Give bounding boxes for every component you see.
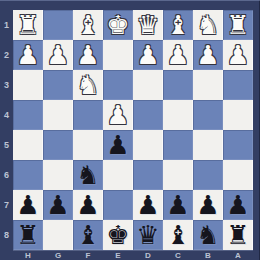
- square-h4[interactable]: [13, 100, 43, 130]
- square-d3[interactable]: [133, 70, 163, 100]
- black-knight-piece: ♞: [73, 160, 103, 190]
- square-a8[interactable]: ♜: [223, 220, 253, 250]
- black-queen-piece: ♛: [133, 220, 163, 250]
- black-knight-piece: ♞: [193, 220, 223, 250]
- white-pawn-piece: ♟: [193, 40, 223, 70]
- square-a6[interactable]: [223, 160, 253, 190]
- black-bishop-piece: ♝: [73, 220, 103, 250]
- white-bishop-piece: ♝: [163, 10, 193, 40]
- square-a5[interactable]: [223, 130, 253, 160]
- square-d2[interactable]: ♟: [133, 40, 163, 70]
- square-d1[interactable]: ♛: [133, 10, 163, 40]
- white-knight-piece: ♞: [193, 10, 223, 40]
- square-h2[interactable]: ♟: [13, 40, 43, 70]
- square-d7[interactable]: ♟: [133, 190, 163, 220]
- square-f4[interactable]: [73, 100, 103, 130]
- black-bishop-piece: ♝: [163, 220, 193, 250]
- square-b4[interactable]: [193, 100, 223, 130]
- rank-labels: 12345678: [0, 10, 13, 250]
- file-label-c: C: [163, 251, 193, 260]
- white-pawn-piece: ♟: [73, 40, 103, 70]
- rank-label-1: 1: [0, 10, 13, 40]
- square-f1[interactable]: ♝: [73, 10, 103, 40]
- file-label-f: F: [73, 251, 103, 260]
- file-label-a: A: [223, 251, 253, 260]
- black-pawn-piece: ♟: [223, 190, 253, 220]
- black-pawn-piece: ♟: [13, 190, 43, 220]
- white-rook-piece: ♜: [13, 10, 43, 40]
- rank-label-5: 5: [0, 130, 13, 160]
- square-g1[interactable]: [43, 10, 73, 40]
- square-c3[interactable]: [163, 70, 193, 100]
- white-pawn-piece: ♟: [223, 40, 253, 70]
- square-b3[interactable]: [193, 70, 223, 100]
- square-b5[interactable]: [193, 130, 223, 160]
- square-g7[interactable]: ♟: [43, 190, 73, 220]
- square-c4[interactable]: [163, 100, 193, 130]
- square-d5[interactable]: [133, 130, 163, 160]
- square-h8[interactable]: ♜: [13, 220, 43, 250]
- white-king-piece: ♚: [103, 10, 133, 40]
- black-rook-piece: ♜: [13, 220, 43, 250]
- square-e7[interactable]: [103, 190, 133, 220]
- square-e3[interactable]: [103, 70, 133, 100]
- black-pawn-piece: ♟: [43, 190, 73, 220]
- square-c2[interactable]: ♟: [163, 40, 193, 70]
- square-b6[interactable]: [193, 160, 223, 190]
- rank-label-6: 6: [0, 160, 13, 190]
- rank-label-3: 3: [0, 70, 13, 100]
- square-f7[interactable]: ♟: [73, 190, 103, 220]
- black-pawn-piece: ♟: [103, 130, 133, 160]
- white-pawn-piece: ♟: [13, 40, 43, 70]
- square-e5[interactable]: ♟: [103, 130, 133, 160]
- black-pawn-piece: ♟: [133, 190, 163, 220]
- square-a3[interactable]: [223, 70, 253, 100]
- square-d4[interactable]: [133, 100, 163, 130]
- square-c8[interactable]: ♝: [163, 220, 193, 250]
- white-pawn-piece: ♟: [43, 40, 73, 70]
- square-e4[interactable]: ♟: [103, 100, 133, 130]
- white-queen-piece: ♛: [133, 10, 163, 40]
- black-rook-piece: ♜: [223, 220, 253, 250]
- square-f5[interactable]: [73, 130, 103, 160]
- file-label-d: D: [133, 251, 163, 260]
- square-g8[interactable]: [43, 220, 73, 250]
- square-c1[interactable]: ♝: [163, 10, 193, 40]
- square-f8[interactable]: ♝: [73, 220, 103, 250]
- file-label-b: B: [193, 251, 223, 260]
- file-labels: HGFEDCBA: [13, 250, 253, 260]
- square-c5[interactable]: [163, 130, 193, 160]
- square-d6[interactable]: [133, 160, 163, 190]
- square-h7[interactable]: ♟: [13, 190, 43, 220]
- square-e6[interactable]: [103, 160, 133, 190]
- rank-label-4: 4: [0, 100, 13, 130]
- white-pawn-piece: ♟: [103, 100, 133, 130]
- square-f6[interactable]: ♞: [73, 160, 103, 190]
- white-pawn-piece: ♟: [163, 40, 193, 70]
- file-label-e: E: [103, 251, 133, 260]
- square-b2[interactable]: ♟: [193, 40, 223, 70]
- square-g2[interactable]: ♟: [43, 40, 73, 70]
- chess-board: ♜♝♚♛♝♞♜♟♟♟♟♟♟♟♞♟♟♞♟♟♟♟♟♟♟♜♝♚♛♝♞♜: [13, 10, 253, 250]
- square-h6[interactable]: [13, 160, 43, 190]
- square-h1[interactable]: ♜: [13, 10, 43, 40]
- square-b7[interactable]: ♟: [193, 190, 223, 220]
- square-e8[interactable]: ♚: [103, 220, 133, 250]
- rank-label-2: 2: [0, 40, 13, 70]
- square-b1[interactable]: ♞: [193, 10, 223, 40]
- square-h5[interactable]: [13, 130, 43, 160]
- square-g5[interactable]: [43, 130, 73, 160]
- rank-label-8: 8: [0, 220, 13, 250]
- square-a7[interactable]: ♟: [223, 190, 253, 220]
- file-label-h: H: [13, 251, 43, 260]
- black-king-piece: ♚: [103, 220, 133, 250]
- file-label-g: G: [43, 251, 73, 260]
- white-bishop-piece: ♝: [73, 10, 103, 40]
- square-d8[interactable]: ♛: [133, 220, 163, 250]
- chess-board-frame: 12345678 ♜♝♚♛♝♞♜♟♟♟♟♟♟♟♞♟♟♞♟♟♟♟♟♟♟♜♝♚♛♝♞…: [0, 0, 260, 260]
- square-g6[interactable]: [43, 160, 73, 190]
- square-b8[interactable]: ♞: [193, 220, 223, 250]
- black-pawn-piece: ♟: [193, 190, 223, 220]
- square-a1[interactable]: ♜: [223, 10, 253, 40]
- square-g3[interactable]: [43, 70, 73, 100]
- square-f2[interactable]: ♟: [73, 40, 103, 70]
- square-c6[interactable]: [163, 160, 193, 190]
- rank-label-7: 7: [0, 190, 13, 220]
- white-pawn-piece: ♟: [133, 40, 163, 70]
- black-pawn-piece: ♟: [163, 190, 193, 220]
- square-f3[interactable]: ♞: [73, 70, 103, 100]
- white-rook-piece: ♜: [223, 10, 253, 40]
- square-g4[interactable]: [43, 100, 73, 130]
- square-a4[interactable]: [223, 100, 253, 130]
- square-e2[interactable]: [103, 40, 133, 70]
- black-pawn-piece: ♟: [73, 190, 103, 220]
- square-c7[interactable]: ♟: [163, 190, 193, 220]
- square-h3[interactable]: [13, 70, 43, 100]
- square-e1[interactable]: ♚: [103, 10, 133, 40]
- white-knight-piece: ♞: [73, 70, 103, 100]
- square-a2[interactable]: ♟: [223, 40, 253, 70]
